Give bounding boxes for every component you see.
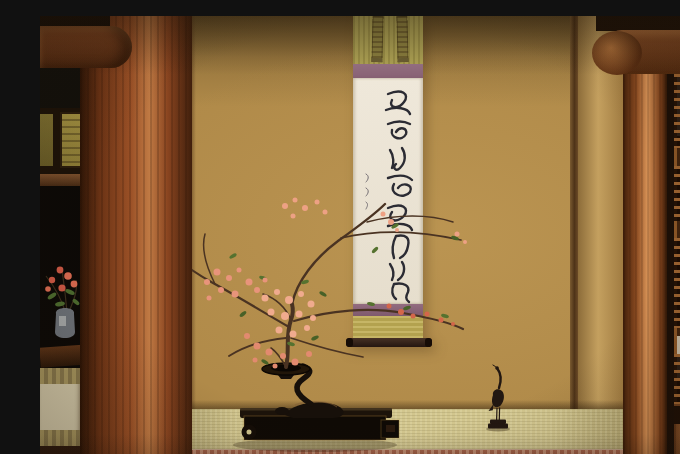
shelf-board bbox=[40, 174, 84, 186]
scroll-top-brocade bbox=[353, 16, 423, 64]
door-crossbar-cluster bbox=[674, 166, 680, 221]
crane-pedestal bbox=[488, 424, 508, 429]
scroll-futai-strip bbox=[371, 16, 383, 62]
calligraphy-text: 逢花打花逢月打月 bbox=[346, 16, 347, 17]
niche-upper-shelf bbox=[40, 66, 84, 112]
niche-base bbox=[40, 446, 84, 454]
right-beam-rounded-cap bbox=[592, 31, 642, 75]
gilded-box bbox=[40, 114, 53, 166]
crane-figurine bbox=[484, 364, 514, 432]
left-shelf-niche bbox=[40, 16, 84, 454]
papered-panel bbox=[40, 368, 82, 448]
scroll-futai-strip bbox=[396, 16, 408, 62]
crane-beak bbox=[493, 365, 496, 367]
kumiko-lattice-door bbox=[667, 16, 680, 454]
door-crossbar-cluster bbox=[674, 354, 680, 404]
tokonoma-photo: Photograph of a Japanese tokonoma alcove… bbox=[40, 16, 680, 454]
gilded-boxes bbox=[40, 108, 84, 174]
door-rail bbox=[674, 404, 680, 426]
door-frame bbox=[667, 16, 674, 454]
quince-blossoms bbox=[204, 198, 467, 369]
alcove-corner-trim bbox=[570, 16, 578, 454]
scroll-purple-band-top bbox=[353, 64, 423, 78]
panel-brocade-band bbox=[40, 368, 82, 384]
right-lintel bbox=[596, 16, 680, 31]
quince-branches bbox=[173, 204, 463, 367]
door-lower-panel bbox=[674, 424, 680, 454]
crane-body bbox=[492, 389, 504, 407]
left-alcove-pillar bbox=[80, 16, 192, 454]
ikebana-arrangement bbox=[145, 186, 485, 454]
alcove-side-wall bbox=[577, 16, 624, 454]
right-alcove-pillar bbox=[623, 44, 667, 454]
door-crossbar-cluster bbox=[674, 74, 680, 148]
door-crossbar-cluster bbox=[674, 238, 680, 328]
left-beam bbox=[40, 26, 132, 68]
crane-neck bbox=[497, 368, 501, 388]
